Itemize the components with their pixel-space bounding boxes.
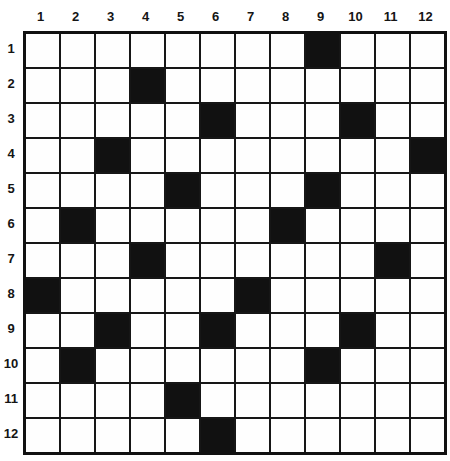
- cell-r4c10[interactable]: [341, 139, 374, 172]
- cell-r10c5[interactable]: [166, 349, 199, 382]
- cell-r1c7[interactable]: [236, 34, 269, 67]
- cell-r7c5[interactable]: [166, 244, 199, 277]
- cell-r8c9[interactable]: [306, 279, 339, 312]
- black-cell-r8c7: [236, 279, 269, 312]
- row-label-2: 2: [0, 66, 22, 101]
- cell-r10c1[interactable]: [26, 349, 59, 382]
- cell-r8c3[interactable]: [96, 279, 129, 312]
- cell-r10c10[interactable]: [341, 349, 374, 382]
- cell-r12c9[interactable]: [306, 419, 339, 452]
- cell-r2c9[interactable]: [306, 69, 339, 102]
- cell-r2c10[interactable]: [341, 69, 374, 102]
- cell-r1c10[interactable]: [341, 34, 374, 67]
- cell-r9c9[interactable]: [306, 314, 339, 347]
- cell-r2c6[interactable]: [201, 69, 234, 102]
- cell-r5c3[interactable]: [96, 174, 129, 207]
- cell-r8c11[interactable]: [376, 279, 409, 312]
- cell-r12c1[interactable]: [26, 419, 59, 452]
- cell-r7c10[interactable]: [341, 244, 374, 277]
- cell-r3c8[interactable]: [271, 104, 304, 137]
- cell-r3c5[interactable]: [166, 104, 199, 137]
- cell-r11c1[interactable]: [26, 384, 59, 417]
- cell-r7c1[interactable]: [26, 244, 59, 277]
- cell-r3c7[interactable]: [236, 104, 269, 137]
- cell-r12c11[interactable]: [376, 419, 409, 452]
- row-label-9: 9: [0, 311, 22, 346]
- cell-r11c9[interactable]: [306, 384, 339, 417]
- cell-r7c3[interactable]: [96, 244, 129, 277]
- cell-r3c2[interactable]: [61, 104, 94, 137]
- cell-r4c8[interactable]: [271, 139, 304, 172]
- black-cell-r9c3: [96, 314, 129, 347]
- cell-r5c11[interactable]: [376, 174, 409, 207]
- cell-r2c8[interactable]: [271, 69, 304, 102]
- black-cell-r2c4: [131, 69, 164, 102]
- cell-r2c2[interactable]: [61, 69, 94, 102]
- cell-r6c5[interactable]: [166, 209, 199, 242]
- cell-r6c1[interactable]: [26, 209, 59, 242]
- column-label-10: 10: [338, 4, 373, 28]
- column-label-7: 7: [233, 4, 268, 28]
- cell-r1c3[interactable]: [96, 34, 129, 67]
- cell-r12c2[interactable]: [61, 419, 94, 452]
- cell-r12c5[interactable]: [166, 419, 199, 452]
- black-cell-r10c9: [306, 349, 339, 382]
- black-cell-r8c1: [26, 279, 59, 312]
- cell-r5c2[interactable]: [61, 174, 94, 207]
- cell-r7c7[interactable]: [236, 244, 269, 277]
- cell-r6c10[interactable]: [341, 209, 374, 242]
- cell-r7c9[interactable]: [306, 244, 339, 277]
- column-label-12: 12: [408, 4, 443, 28]
- column-labels: 123456789101112: [23, 4, 443, 28]
- cell-r6c4[interactable]: [131, 209, 164, 242]
- row-label-4: 4: [0, 136, 22, 171]
- black-cell-r10c2: [61, 349, 94, 382]
- black-cell-r6c8: [271, 209, 304, 242]
- cell-r3c4[interactable]: [131, 104, 164, 137]
- black-cell-r5c9: [306, 174, 339, 207]
- column-label-4: 4: [128, 4, 163, 28]
- cell-r2c11[interactable]: [376, 69, 409, 102]
- cell-r1c5[interactable]: [166, 34, 199, 67]
- cell-r4c5[interactable]: [166, 139, 199, 172]
- black-cell-r9c6: [201, 314, 234, 347]
- column-label-2: 2: [58, 4, 93, 28]
- cell-r9c5[interactable]: [166, 314, 199, 347]
- cell-r8c12[interactable]: [411, 279, 444, 312]
- column-label-9: 9: [303, 4, 338, 28]
- cell-r11c10[interactable]: [341, 384, 374, 417]
- cell-r1c8[interactable]: [271, 34, 304, 67]
- cell-r5c10[interactable]: [341, 174, 374, 207]
- cell-r10c11[interactable]: [376, 349, 409, 382]
- cell-r7c12[interactable]: [411, 244, 444, 277]
- black-cell-r11c5: [166, 384, 199, 417]
- cell-r7c2[interactable]: [61, 244, 94, 277]
- cell-r11c3[interactable]: [96, 384, 129, 417]
- cell-r8c2[interactable]: [61, 279, 94, 312]
- cell-r3c9[interactable]: [306, 104, 339, 137]
- cell-r7c6[interactable]: [201, 244, 234, 277]
- row-label-5: 5: [0, 171, 22, 206]
- row-label-3: 3: [0, 101, 22, 136]
- cell-r10c4[interactable]: [131, 349, 164, 382]
- row-label-1: 1: [0, 31, 22, 66]
- cell-r5c6[interactable]: [201, 174, 234, 207]
- cell-r4c1[interactable]: [26, 139, 59, 172]
- cell-r10c7[interactable]: [236, 349, 269, 382]
- cell-r4c4[interactable]: [131, 139, 164, 172]
- column-label-3: 3: [93, 4, 128, 28]
- cell-r12c3[interactable]: [96, 419, 129, 452]
- cell-r11c8[interactable]: [271, 384, 304, 417]
- cell-r2c3[interactable]: [96, 69, 129, 102]
- cell-r6c3[interactable]: [96, 209, 129, 242]
- puzzle-page: 123456789101112 123456789101112: [0, 0, 450, 461]
- cell-r8c4[interactable]: [131, 279, 164, 312]
- row-label-8: 8: [0, 276, 22, 311]
- cell-r5c1[interactable]: [26, 174, 59, 207]
- cell-r10c3[interactable]: [96, 349, 129, 382]
- column-label-1: 1: [23, 4, 58, 28]
- cell-r11c6[interactable]: [201, 384, 234, 417]
- cell-r5c8[interactable]: [271, 174, 304, 207]
- cell-r12c8[interactable]: [271, 419, 304, 452]
- cell-r9c7[interactable]: [236, 314, 269, 347]
- cell-r3c1[interactable]: [26, 104, 59, 137]
- cell-r11c11[interactable]: [376, 384, 409, 417]
- cell-r4c2[interactable]: [61, 139, 94, 172]
- cell-r8c10[interactable]: [341, 279, 374, 312]
- cell-r8c5[interactable]: [166, 279, 199, 312]
- cell-r10c6[interactable]: [201, 349, 234, 382]
- cell-r8c6[interactable]: [201, 279, 234, 312]
- black-cell-r1c9: [306, 34, 339, 67]
- cell-r1c2[interactable]: [61, 34, 94, 67]
- cell-r9c11[interactable]: [376, 314, 409, 347]
- column-label-11: 11: [373, 4, 408, 28]
- black-cell-r7c11: [376, 244, 409, 277]
- column-label-8: 8: [268, 4, 303, 28]
- black-cell-r3c6: [201, 104, 234, 137]
- row-label-6: 6: [0, 206, 22, 241]
- cell-r10c8[interactable]: [271, 349, 304, 382]
- cell-r1c1[interactable]: [26, 34, 59, 67]
- cell-r9c1[interactable]: [26, 314, 59, 347]
- cell-r1c4[interactable]: [131, 34, 164, 67]
- cell-r12c4[interactable]: [131, 419, 164, 452]
- cell-r1c6[interactable]: [201, 34, 234, 67]
- row-label-11: 11: [0, 381, 22, 416]
- cell-r6c7[interactable]: [236, 209, 269, 242]
- black-cell-r4c12: [411, 139, 444, 172]
- cell-r2c1[interactable]: [26, 69, 59, 102]
- cell-r2c5[interactable]: [166, 69, 199, 102]
- black-cell-r3c10: [341, 104, 374, 137]
- cell-r10c12[interactable]: [411, 349, 444, 382]
- cell-r11c12[interactable]: [411, 384, 444, 417]
- cell-r7c8[interactable]: [271, 244, 304, 277]
- cell-r1c12[interactable]: [411, 34, 444, 67]
- cell-r12c10[interactable]: [341, 419, 374, 452]
- cell-r4c6[interactable]: [201, 139, 234, 172]
- cell-r12c12[interactable]: [411, 419, 444, 452]
- cell-r2c7[interactable]: [236, 69, 269, 102]
- cell-r4c11[interactable]: [376, 139, 409, 172]
- black-cell-r4c3: [96, 139, 129, 172]
- row-label-10: 10: [0, 346, 22, 381]
- cell-r9c12[interactable]: [411, 314, 444, 347]
- puzzle-board: [23, 31, 447, 455]
- cell-r6c9[interactable]: [306, 209, 339, 242]
- black-cell-r6c2: [61, 209, 94, 242]
- cell-r4c7[interactable]: [236, 139, 269, 172]
- cell-r4c9[interactable]: [306, 139, 339, 172]
- cell-r1c11[interactable]: [376, 34, 409, 67]
- cell-r3c11[interactable]: [376, 104, 409, 137]
- black-cell-r5c5: [166, 174, 199, 207]
- cell-r8c8[interactable]: [271, 279, 304, 312]
- row-labels: 123456789101112: [0, 31, 22, 451]
- cell-r5c12[interactable]: [411, 174, 444, 207]
- cell-r9c4[interactable]: [131, 314, 164, 347]
- cell-r12c7[interactable]: [236, 419, 269, 452]
- cell-r3c3[interactable]: [96, 104, 129, 137]
- cell-r5c4[interactable]: [131, 174, 164, 207]
- cell-r11c4[interactable]: [131, 384, 164, 417]
- column-label-5: 5: [163, 4, 198, 28]
- cell-r3c12[interactable]: [411, 104, 444, 137]
- cell-r5c7[interactable]: [236, 174, 269, 207]
- black-cell-r7c4: [131, 244, 164, 277]
- row-label-12: 12: [0, 416, 22, 451]
- black-cell-r9c10: [341, 314, 374, 347]
- cell-r9c8[interactable]: [271, 314, 304, 347]
- cell-r6c12[interactable]: [411, 209, 444, 242]
- cell-r11c7[interactable]: [236, 384, 269, 417]
- column-label-6: 6: [198, 4, 233, 28]
- cell-r6c11[interactable]: [376, 209, 409, 242]
- cell-r11c2[interactable]: [61, 384, 94, 417]
- black-cell-r12c6: [201, 419, 234, 452]
- cell-r2c12[interactable]: [411, 69, 444, 102]
- cell-r9c2[interactable]: [61, 314, 94, 347]
- row-label-7: 7: [0, 241, 22, 276]
- cell-r6c6[interactable]: [201, 209, 234, 242]
